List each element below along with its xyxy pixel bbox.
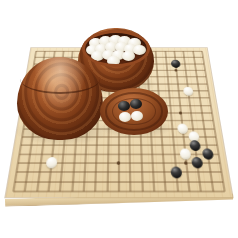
board-cell	[125, 168, 137, 177]
star-point	[179, 112, 182, 115]
board-cell	[79, 168, 91, 177]
board-cell	[102, 158, 113, 167]
go-set-photo	[0, 0, 238, 238]
board-cell	[57, 158, 69, 167]
board-cell	[68, 158, 80, 167]
board-cell	[218, 186, 231, 196]
board-cell	[168, 150, 180, 159]
board-cell	[43, 177, 56, 187]
board-cell	[208, 125, 220, 133]
board-cell	[159, 168, 171, 177]
black-stone	[170, 166, 182, 178]
board-cell	[136, 177, 148, 187]
board-cell	[170, 168, 182, 177]
board-cell	[171, 186, 184, 196]
board-cell	[146, 150, 158, 159]
board-cell	[103, 141, 114, 150]
board-cell	[191, 158, 203, 167]
star-point	[175, 69, 178, 72]
board-cell	[136, 186, 148, 196]
white-stone	[177, 124, 188, 134]
board-cell	[148, 177, 160, 187]
board-cell	[102, 150, 113, 159]
board-cell	[80, 150, 92, 159]
lid-black-stone	[118, 101, 130, 111]
board-cell	[113, 168, 124, 177]
board-cell	[56, 168, 68, 177]
board-cell	[205, 102, 216, 109]
board-cell	[124, 141, 135, 150]
board-cell	[171, 177, 183, 187]
bowl-lid-seam	[20, 64, 99, 94]
board-cell	[55, 177, 67, 187]
board-cell	[212, 150, 224, 159]
board-cell	[113, 141, 124, 150]
board-cell	[90, 177, 102, 187]
board-cell	[125, 186, 137, 196]
board-cell	[136, 168, 148, 177]
board-cell	[210, 133, 222, 141]
board-cell	[66, 186, 78, 196]
board-cell	[159, 177, 171, 187]
board-cell	[179, 150, 191, 159]
lid-white-stone	[119, 112, 131, 122]
board-cell	[183, 87, 194, 94]
lid-black-stone	[130, 99, 142, 109]
board-cell	[211, 141, 223, 150]
board-cell	[147, 168, 159, 177]
board-cell	[79, 158, 91, 167]
lid-white-stone	[131, 111, 143, 121]
closed-stone-bowl	[17, 57, 103, 140]
board-cell	[89, 186, 101, 196]
board-cell	[102, 177, 114, 187]
board-cell	[164, 94, 175, 101]
board-cell	[101, 186, 113, 196]
board-cell	[54, 186, 67, 196]
white-stone	[179, 149, 191, 160]
white-stone-in-bowl	[107, 56, 120, 66]
board-cell	[125, 158, 136, 167]
board-cell	[102, 168, 114, 177]
black-stone	[171, 60, 181, 68]
board-cell	[214, 158, 227, 167]
board-cell	[42, 186, 55, 196]
board-cell	[113, 150, 124, 159]
board-cell	[113, 186, 125, 196]
board-cell	[58, 150, 70, 159]
board-cell	[168, 141, 180, 150]
board-cell	[69, 150, 81, 159]
board-cell	[146, 141, 157, 150]
star-point	[117, 161, 120, 165]
board-cell	[91, 158, 103, 167]
board-cell	[78, 186, 90, 196]
board-cell	[113, 158, 124, 167]
board-cell	[157, 150, 169, 159]
board-cell	[160, 186, 172, 196]
star-point	[184, 161, 188, 165]
board-cell	[167, 133, 178, 141]
board-cell	[148, 186, 160, 196]
board-cell	[90, 168, 102, 177]
board-cell	[216, 177, 229, 187]
board-cell	[203, 87, 214, 94]
board-cell	[207, 117, 219, 125]
board-cell	[201, 74, 212, 81]
board-cell	[177, 125, 188, 133]
board-cell	[67, 168, 79, 177]
upturned-lid-tray	[100, 88, 168, 135]
board-cell	[124, 150, 135, 159]
white-stone-in-bowl	[122, 51, 135, 61]
board-cell	[135, 141, 146, 150]
board-cell	[204, 94, 215, 101]
board-cell	[91, 150, 102, 159]
board-cell	[202, 80, 213, 87]
board-cell	[136, 158, 148, 167]
board-cell	[189, 141, 201, 150]
board-cell	[125, 177, 137, 187]
board-cell	[147, 158, 159, 167]
board-cell	[78, 177, 90, 187]
board-cell	[135, 150, 146, 159]
board-cell	[158, 158, 170, 167]
board-cell	[157, 141, 169, 150]
board-cell	[206, 109, 218, 117]
board-cell	[171, 61, 181, 67]
board-cell	[215, 168, 228, 177]
open-bowl-opening	[82, 30, 150, 67]
board-cell	[163, 87, 174, 94]
board-cell	[113, 177, 125, 187]
board-cell	[201, 150, 213, 159]
board-cell	[67, 177, 79, 187]
